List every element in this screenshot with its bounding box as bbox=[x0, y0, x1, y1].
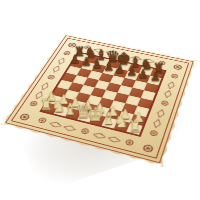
diamond-icon: ◇ bbox=[50, 64, 62, 75]
rosette-icon: ⊛ bbox=[36, 116, 49, 125]
diamond-icon: ◇ bbox=[62, 123, 78, 133]
diamond-icon: ◇ bbox=[163, 88, 174, 100]
chess-set-photo: ⊛◇◇⊛◇◇⊛ ⊛◇◇⊛◇◇⊛ ⊛◇◇⊛◇◇⊛ ⊛◇◇⊛◇◇⊛ ⊛ ⊛ ⊛ ⊛ … bbox=[0, 0, 200, 200]
rosette-icon: ⊛ bbox=[123, 138, 135, 148]
diamond-icon: ◇ bbox=[91, 130, 107, 140]
diamond-icon: ◇ bbox=[106, 134, 122, 144]
rosette-icon: ⊛ bbox=[148, 129, 160, 139]
piece-white-rook-h1: ♜ bbox=[124, 118, 146, 133]
piece-black-pawn-h7: ♟ bbox=[145, 71, 165, 83]
diamond-icon: ◇ bbox=[152, 116, 164, 130]
rosette-icon: ⊛ bbox=[78, 127, 90, 137]
